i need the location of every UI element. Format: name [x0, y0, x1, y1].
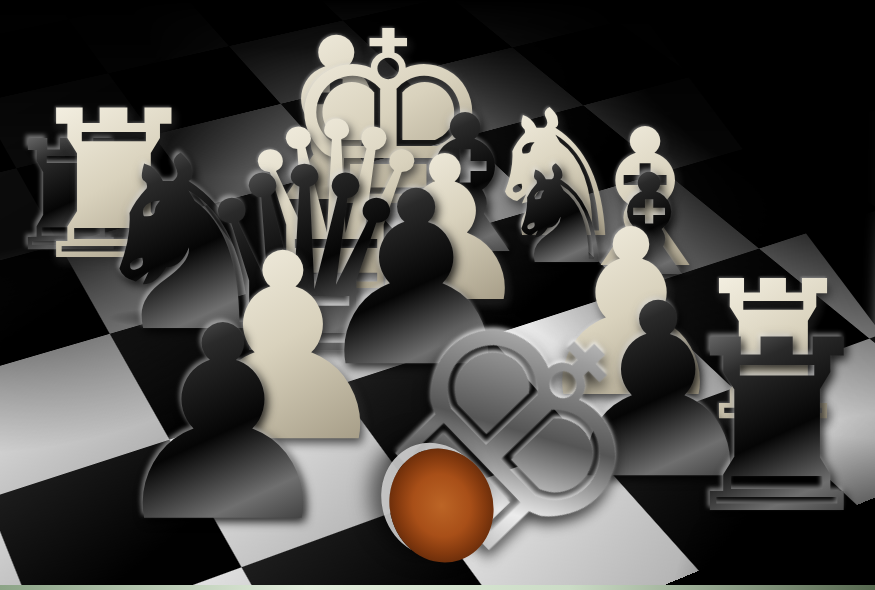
board-bottom-edge: [0, 585, 875, 590]
chess-scene: ♜♜♞♝♚♛♛♝♞♞♝♝♟♟♟♟♜♜♟♟♚: [0, 0, 875, 590]
piece-black-pawn-b4[interactable]: ♟: [89, 253, 357, 521]
rook-icon: ♜: [658, 309, 875, 547]
pawn-icon: ♟: [89, 291, 357, 559]
pieces-layer: ♜♜♞♝♚♛♛♝♞♞♝♝♟♟♟♟♜♜♟♟♚: [0, 0, 875, 590]
piece-black-rook-h4[interactable]: ♜: [658, 276, 875, 514]
